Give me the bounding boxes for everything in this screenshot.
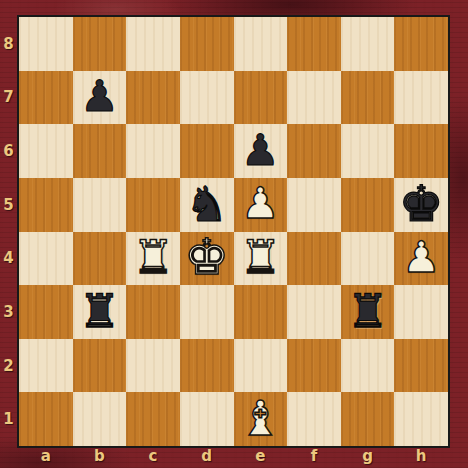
square-h4[interactable]: ♟: [394, 232, 448, 286]
square-a4[interactable]: [19, 232, 73, 286]
square-f3[interactable]: [287, 285, 341, 339]
file-label-a: a: [19, 446, 73, 468]
square-a2[interactable]: [19, 339, 73, 393]
black-pawn-b7[interactable]: ♟: [80, 75, 119, 118]
square-f7[interactable]: [287, 71, 341, 125]
white-pawn-h4[interactable]: ♟: [402, 236, 441, 279]
square-c4[interactable]: ♜: [126, 232, 180, 286]
square-a3[interactable]: [19, 285, 73, 339]
rank-label-5: 5: [0, 178, 17, 232]
square-b8[interactable]: [73, 17, 127, 71]
square-b7[interactable]: ♟: [73, 71, 127, 125]
square-g2[interactable]: [341, 339, 395, 393]
square-f8[interactable]: [287, 17, 341, 71]
square-g6[interactable]: [341, 124, 395, 178]
rank-label-1: 1: [0, 392, 17, 446]
rank-label-8: 8: [0, 17, 17, 71]
square-c8[interactable]: [126, 17, 180, 71]
square-b1[interactable]: [73, 392, 127, 446]
square-g3[interactable]: ♜: [341, 285, 395, 339]
file-labels: abcdefgh: [19, 446, 448, 468]
square-d4[interactable]: ♚: [180, 232, 234, 286]
square-e3[interactable]: [234, 285, 288, 339]
square-b6[interactable]: [73, 124, 127, 178]
square-c5[interactable]: [126, 178, 180, 232]
file-label-d: d: [180, 446, 234, 468]
square-e1[interactable]: ♝: [234, 392, 288, 446]
square-d7[interactable]: [180, 71, 234, 125]
square-d1[interactable]: [180, 392, 234, 446]
file-label-g: g: [341, 446, 395, 468]
square-h7[interactable]: [394, 71, 448, 125]
rank-labels: 87654321: [0, 17, 17, 446]
square-f1[interactable]: [287, 392, 341, 446]
chess-board-screenshot: 87654321 abcdefgh ♟♟♞♟♚♜♚♜♟♜♜♝: [0, 0, 468, 468]
square-f2[interactable]: [287, 339, 341, 393]
black-king-h5[interactable]: ♚: [399, 179, 444, 229]
rank-label-7: 7: [0, 71, 17, 125]
square-g8[interactable]: [341, 17, 395, 71]
square-h6[interactable]: [394, 124, 448, 178]
square-d3[interactable]: [180, 285, 234, 339]
square-g7[interactable]: [341, 71, 395, 125]
square-a6[interactable]: [19, 124, 73, 178]
square-h1[interactable]: [394, 392, 448, 446]
black-pawn-e6[interactable]: ♟: [241, 129, 280, 172]
square-d6[interactable]: [180, 124, 234, 178]
square-d2[interactable]: [180, 339, 234, 393]
white-rook-c4[interactable]: ♜: [132, 234, 173, 280]
square-e7[interactable]: [234, 71, 288, 125]
square-b3[interactable]: ♜: [73, 285, 127, 339]
white-rook-e4[interactable]: ♜: [240, 234, 281, 280]
white-king-d4[interactable]: ♚: [184, 232, 229, 282]
square-g5[interactable]: [341, 178, 395, 232]
black-rook-b3[interactable]: ♜: [79, 288, 120, 334]
square-b5[interactable]: [73, 178, 127, 232]
square-e4[interactable]: ♜: [234, 232, 288, 286]
square-a1[interactable]: [19, 392, 73, 446]
black-knight-d5[interactable]: ♞: [185, 180, 228, 228]
square-c7[interactable]: [126, 71, 180, 125]
square-e2[interactable]: [234, 339, 288, 393]
square-e5[interactable]: ♟: [234, 178, 288, 232]
white-pawn-e5[interactable]: ♟: [241, 182, 280, 225]
square-h2[interactable]: [394, 339, 448, 393]
white-bishop-e1[interactable]: ♝: [239, 394, 282, 442]
rank-label-2: 2: [0, 339, 17, 393]
square-b2[interactable]: [73, 339, 127, 393]
square-g4[interactable]: [341, 232, 395, 286]
square-c6[interactable]: [126, 124, 180, 178]
black-rook-g3[interactable]: ♜: [347, 288, 388, 334]
square-f6[interactable]: [287, 124, 341, 178]
file-label-e: e: [234, 446, 288, 468]
file-label-f: f: [287, 446, 341, 468]
square-c3[interactable]: [126, 285, 180, 339]
square-g1[interactable]: [341, 392, 395, 446]
square-c2[interactable]: [126, 339, 180, 393]
square-b4[interactable]: [73, 232, 127, 286]
square-c1[interactable]: [126, 392, 180, 446]
file-label-c: c: [126, 446, 180, 468]
square-f4[interactable]: [287, 232, 341, 286]
chess-board: ♟♟♞♟♚♜♚♜♟♜♜♝: [19, 17, 448, 446]
file-label-h: h: [394, 446, 448, 468]
rank-label-3: 3: [0, 285, 17, 339]
square-d5[interactable]: ♞: [180, 178, 234, 232]
square-a5[interactable]: [19, 178, 73, 232]
square-e8[interactable]: [234, 17, 288, 71]
rank-label-4: 4: [0, 232, 17, 286]
square-d8[interactable]: [180, 17, 234, 71]
square-h3[interactable]: [394, 285, 448, 339]
file-label-b: b: [73, 446, 127, 468]
square-a8[interactable]: [19, 17, 73, 71]
board-frame: ♟♟♞♟♚♜♚♜♟♜♜♝: [17, 15, 450, 448]
square-e6[interactable]: ♟: [234, 124, 288, 178]
square-a7[interactable]: [19, 71, 73, 125]
rank-label-6: 6: [0, 124, 17, 178]
square-h5[interactable]: ♚: [394, 178, 448, 232]
square-f5[interactable]: [287, 178, 341, 232]
square-h8[interactable]: [394, 17, 448, 71]
